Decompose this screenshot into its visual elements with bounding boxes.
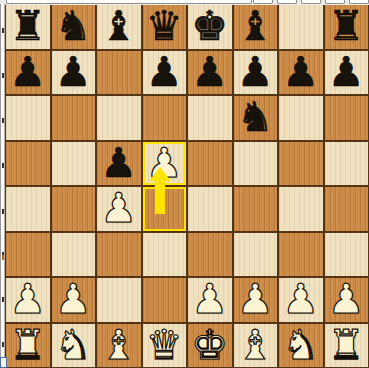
- square-f6[interactable]: ♞: [233, 95, 279, 141]
- piece-black-bishop[interactable]: ♝: [100, 4, 137, 49]
- piece-white-rook[interactable]: ♜: [9, 323, 46, 368]
- left-panel-orange-tick: [2, 255, 5, 260]
- square-e5[interactable]: [187, 141, 233, 187]
- piece-black-pawn[interactable]: ♟: [191, 50, 228, 95]
- piece-black-queen[interactable]: ♛: [146, 4, 183, 49]
- square-f4[interactable]: [233, 186, 279, 232]
- square-d4[interactable]: [142, 186, 188, 232]
- square-c7[interactable]: [96, 50, 142, 96]
- square-e8[interactable]: ♚: [187, 4, 233, 50]
- square-h4[interactable]: [324, 186, 369, 232]
- square-e1[interactable]: ♚: [187, 323, 233, 368]
- square-g3[interactable]: [278, 232, 324, 278]
- square-f2[interactable]: ♟: [233, 277, 279, 323]
- square-g1[interactable]: ♞: [278, 323, 324, 368]
- square-d8[interactable]: ♛: [142, 4, 188, 50]
- piece-white-pawn[interactable]: ♟: [191, 277, 228, 322]
- piece-white-pawn[interactable]: ♟: [100, 186, 137, 231]
- square-d3[interactable]: [142, 232, 188, 278]
- square-h3[interactable]: [324, 232, 369, 278]
- left-panel-tick: [2, 73, 5, 78]
- square-e7[interactable]: ♟: [187, 50, 233, 96]
- toolbar-button-fragment[interactable]: [277, 0, 297, 4]
- chess-board: ♜♞♝♛♚♝♜♟♟♟♟♟♟♟♞♟♟♟♟♟♟♟♟♟♜♞♝♛♚♝♞♜: [5, 4, 369, 368]
- square-g6[interactable]: [278, 95, 324, 141]
- piece-black-rook[interactable]: ♜: [328, 4, 365, 49]
- piece-white-pawn[interactable]: ♟: [328, 277, 365, 322]
- toolbar-bar-fragment[interactable]: [6, 0, 252, 4]
- piece-black-pawn[interactable]: ♟: [146, 50, 183, 95]
- piece-black-pawn[interactable]: ♟: [55, 50, 92, 95]
- piece-white-rook[interactable]: ♜: [328, 323, 365, 368]
- toolbar-button-fragment[interactable]: [253, 0, 273, 4]
- left-panel-tick: [2, 28, 5, 33]
- square-b8[interactable]: ♞: [51, 4, 97, 50]
- square-h8[interactable]: ♜: [324, 4, 369, 50]
- square-e2[interactable]: ♟: [187, 277, 233, 323]
- piece-white-bishop[interactable]: ♝: [100, 323, 137, 368]
- square-g8[interactable]: [278, 4, 324, 50]
- piece-black-pawn[interactable]: ♟: [9, 50, 46, 95]
- square-d2[interactable]: [142, 277, 188, 323]
- square-a3[interactable]: [5, 232, 51, 278]
- square-d7[interactable]: ♟: [142, 50, 188, 96]
- square-h1[interactable]: ♜: [324, 323, 369, 368]
- piece-black-bishop[interactable]: ♝: [237, 4, 274, 49]
- left-panel-tick: [2, 342, 5, 347]
- piece-white-pawn[interactable]: ♟: [282, 277, 319, 322]
- square-d5[interactable]: ♟: [142, 141, 188, 187]
- piece-black-king[interactable]: ♚: [191, 4, 228, 49]
- toolbar-button-fragment[interactable]: [349, 0, 369, 4]
- square-a6[interactable]: [5, 95, 51, 141]
- square-a7[interactable]: ♟: [5, 50, 51, 96]
- piece-white-king[interactable]: ♚: [191, 323, 228, 368]
- left-panel-tick: [2, 118, 5, 123]
- square-c5[interactable]: ♟: [96, 141, 142, 187]
- square-a5[interactable]: [5, 141, 51, 187]
- square-c2[interactable]: [96, 277, 142, 323]
- left-panel-tick: [2, 163, 5, 168]
- square-a8[interactable]: ♜: [5, 4, 51, 50]
- square-b7[interactable]: ♟: [51, 50, 97, 96]
- square-a4[interactable]: [5, 186, 51, 232]
- piece-black-pawn[interactable]: ♟: [100, 141, 137, 186]
- piece-white-pawn[interactable]: ♟: [146, 141, 183, 186]
- square-f3[interactable]: [233, 232, 279, 278]
- piece-white-queen[interactable]: ♛: [146, 323, 183, 368]
- square-e6[interactable]: [187, 95, 233, 141]
- square-c1[interactable]: ♝: [96, 323, 142, 368]
- piece-black-pawn[interactable]: ♟: [237, 50, 274, 95]
- piece-black-rook[interactable]: ♜: [9, 4, 46, 49]
- square-c8[interactable]: ♝: [96, 4, 142, 50]
- square-g2[interactable]: ♟: [278, 277, 324, 323]
- piece-white-pawn[interactable]: ♟: [9, 277, 46, 322]
- left-panel-tick: [2, 209, 5, 214]
- square-g4[interactable]: [278, 186, 324, 232]
- square-b3[interactable]: [51, 232, 97, 278]
- square-e4[interactable]: [187, 186, 233, 232]
- square-b5[interactable]: [51, 141, 97, 187]
- piece-white-knight[interactable]: ♞: [55, 323, 92, 368]
- piece-white-bishop[interactable]: ♝: [237, 323, 274, 368]
- square-c4[interactable]: ♟: [96, 186, 142, 232]
- piece-black-knight[interactable]: ♞: [237, 95, 274, 140]
- square-c3[interactable]: [96, 232, 142, 278]
- square-f7[interactable]: ♟: [233, 50, 279, 96]
- square-h7[interactable]: ♟: [324, 50, 369, 96]
- piece-black-pawn[interactable]: ♟: [282, 50, 319, 95]
- piece-black-knight[interactable]: ♞: [55, 4, 92, 49]
- piece-white-pawn[interactable]: ♟: [237, 277, 274, 322]
- square-c6[interactable]: [96, 95, 142, 141]
- square-h6[interactable]: [324, 95, 369, 141]
- square-h2[interactable]: ♟: [324, 277, 369, 323]
- toolbar-fragment-strip: [0, 0, 369, 5]
- bottom-left-panel-fragment: [0, 357, 7, 368]
- piece-white-pawn[interactable]: ♟: [55, 277, 92, 322]
- left-panel-fragment-strip: [0, 4, 5, 368]
- square-d6[interactable]: [142, 95, 188, 141]
- square-d1[interactable]: ♛: [142, 323, 188, 368]
- square-e3[interactable]: [187, 232, 233, 278]
- square-b4[interactable]: [51, 186, 97, 232]
- square-b6[interactable]: [51, 95, 97, 141]
- square-a2[interactable]: ♟: [5, 277, 51, 323]
- left-panel-tick: [2, 297, 5, 302]
- piece-black-pawn[interactable]: ♟: [328, 50, 365, 95]
- square-g7[interactable]: ♟: [278, 50, 324, 96]
- toolbar-button-fragment[interactable]: [325, 0, 345, 4]
- toolbar-button-fragment[interactable]: [301, 0, 321, 4]
- square-f1[interactable]: ♝: [233, 323, 279, 368]
- square-b2[interactable]: ♟: [51, 277, 97, 323]
- square-g5[interactable]: [278, 141, 324, 187]
- square-b1[interactable]: ♞: [51, 323, 97, 368]
- square-a1[interactable]: ♜: [5, 323, 51, 368]
- square-f5[interactable]: [233, 141, 279, 187]
- square-h5[interactable]: [324, 141, 369, 187]
- square-f8[interactable]: ♝: [233, 4, 279, 50]
- piece-white-knight[interactable]: ♞: [282, 323, 319, 368]
